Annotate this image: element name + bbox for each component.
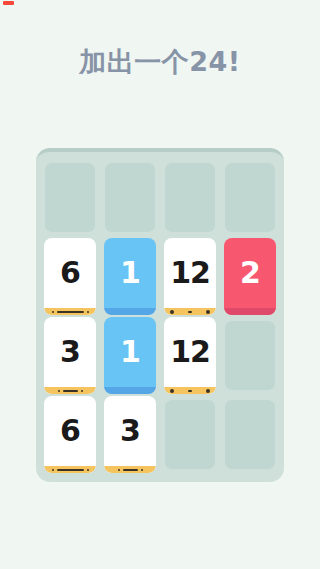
tile-value: 1 bbox=[104, 238, 156, 308]
empty-cell-bg bbox=[165, 163, 215, 232]
tile-12[interactable]: 12 bbox=[164, 238, 216, 315]
cell-r4c1: 6 bbox=[45, 400, 95, 469]
tile-6[interactable]: 6 bbox=[44, 238, 96, 315]
tile-lip bbox=[44, 387, 96, 394]
tile-lip bbox=[104, 466, 156, 473]
tile-3[interactable]: 3 bbox=[44, 317, 96, 394]
cell-r2c4: 2 bbox=[225, 242, 275, 311]
tile-1[interactable]: 1 bbox=[104, 317, 156, 394]
tile-value: 1 bbox=[104, 317, 156, 387]
tile-3[interactable]: 3 bbox=[104, 396, 156, 473]
empty-cell bbox=[165, 400, 215, 469]
tile-value: 2 bbox=[224, 238, 276, 308]
tile-lip bbox=[224, 308, 276, 315]
tile-value: 6 bbox=[44, 396, 96, 466]
empty-cell bbox=[225, 400, 275, 469]
cell-r2c1: 6 bbox=[45, 242, 95, 311]
tile-value: 6 bbox=[44, 238, 96, 308]
tile-2[interactable]: 2 bbox=[224, 238, 276, 315]
empty-cell-bg bbox=[225, 163, 275, 232]
tile-12[interactable]: 12 bbox=[164, 317, 216, 394]
empty-cell-bg bbox=[45, 163, 95, 232]
tile-lip bbox=[104, 308, 156, 315]
empty-cell-bg bbox=[225, 400, 275, 469]
board[interactable]: 61122311263 bbox=[36, 148, 284, 482]
tile-value: 3 bbox=[44, 317, 96, 387]
tile-lip bbox=[44, 308, 96, 315]
cell-r3c2: 1 bbox=[105, 321, 155, 390]
empty-cell-bg bbox=[105, 163, 155, 232]
page-title: 加出一个24! bbox=[0, 46, 320, 78]
empty-cell-bg bbox=[165, 400, 215, 469]
cell-r2c2: 1 bbox=[105, 242, 155, 311]
empty-cell bbox=[225, 321, 275, 390]
cell-r3c3: 12 bbox=[165, 321, 215, 390]
tile-lip bbox=[104, 387, 156, 394]
empty-cell bbox=[165, 163, 215, 232]
tile-value: 12 bbox=[164, 238, 216, 308]
tile-lip bbox=[44, 466, 96, 473]
tile-1[interactable]: 1 bbox=[104, 238, 156, 315]
board-grid: 61122311263 bbox=[36, 152, 284, 482]
tile-lip bbox=[164, 387, 216, 394]
tile-6[interactable]: 6 bbox=[44, 396, 96, 473]
cell-r3c1: 3 bbox=[45, 321, 95, 390]
recording-mark-icon bbox=[3, 1, 14, 5]
tile-value: 12 bbox=[164, 317, 216, 387]
empty-cell-bg bbox=[225, 321, 275, 390]
tile-lip bbox=[164, 308, 216, 315]
cell-r4c2: 3 bbox=[105, 400, 155, 469]
empty-cell bbox=[45, 163, 95, 232]
tile-value: 3 bbox=[104, 396, 156, 466]
empty-cell bbox=[225, 163, 275, 232]
cell-r2c3: 12 bbox=[165, 242, 215, 311]
empty-cell bbox=[105, 163, 155, 232]
